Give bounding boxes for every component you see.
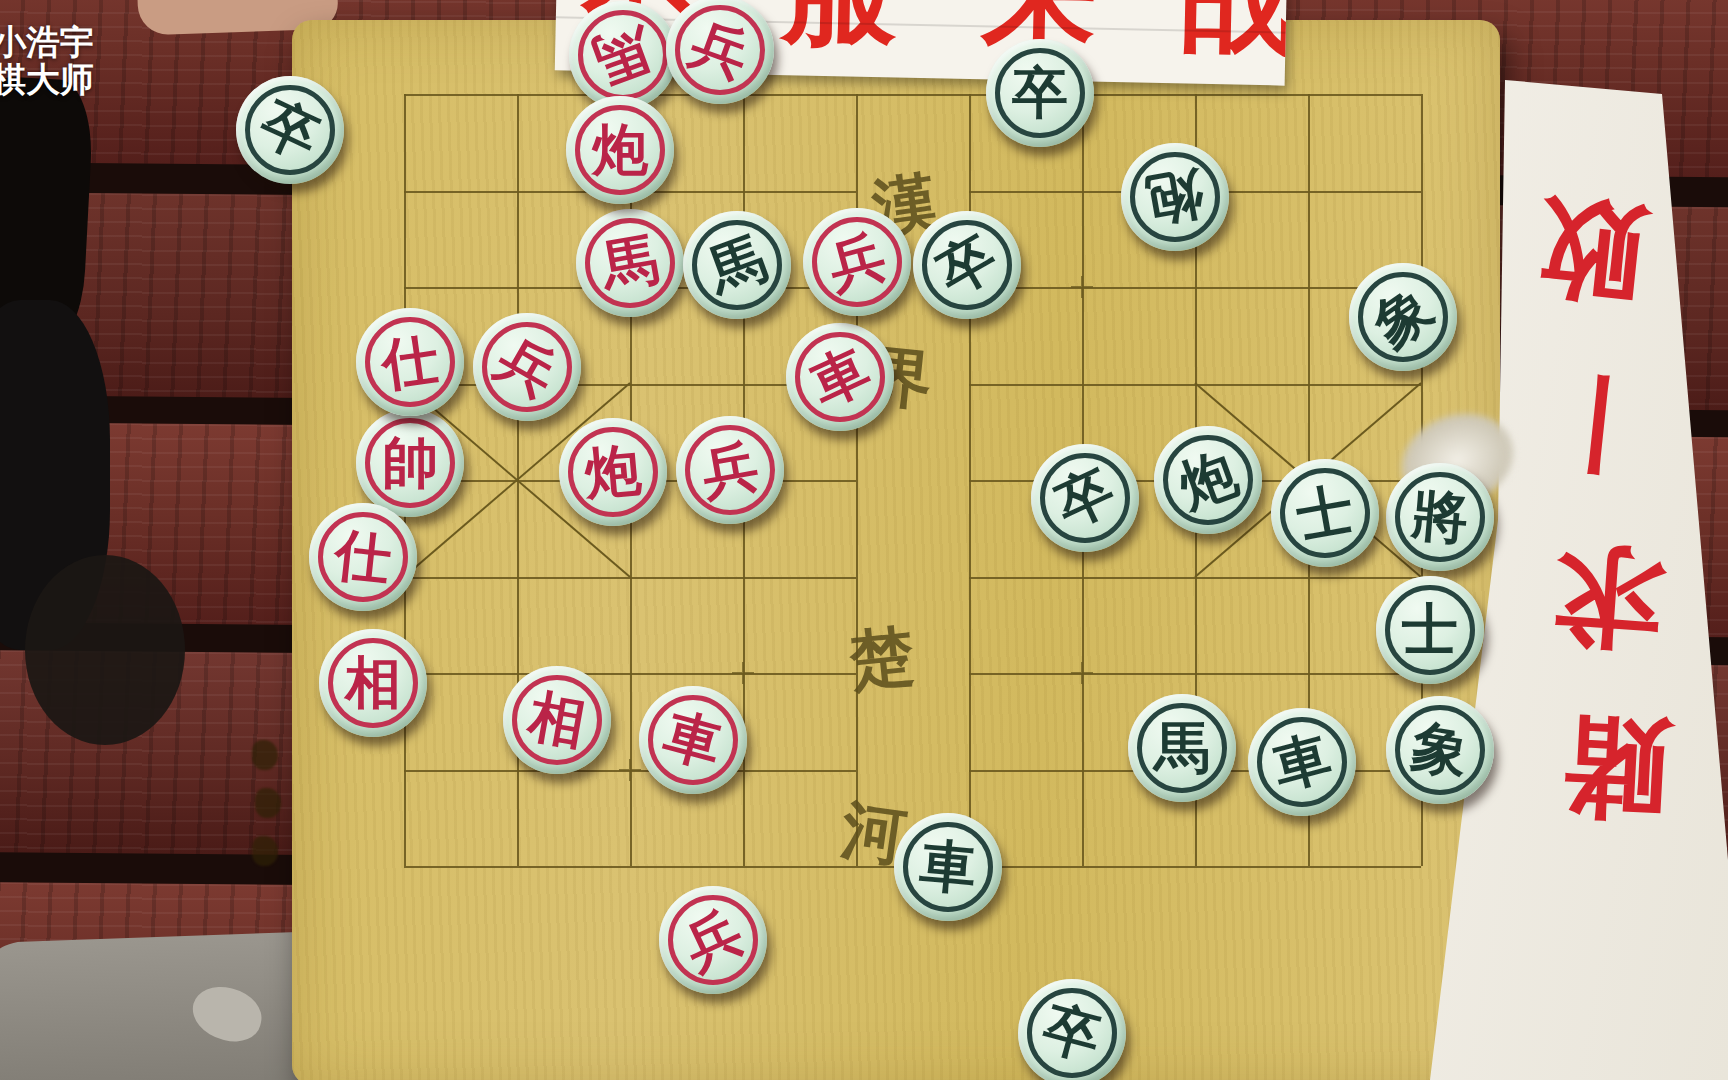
piece-red-仕[interactable]: 仕	[309, 503, 417, 611]
piece-character: 馬	[1154, 720, 1210, 776]
piece-black-象[interactable]: 象	[1349, 263, 1457, 371]
piece-black-卒[interactable]: 卒	[986, 39, 1094, 147]
piece-black-將[interactable]: 將	[1386, 463, 1494, 571]
piece-black-象[interactable]: 象	[1386, 696, 1494, 804]
piece-character: 將	[1410, 487, 1471, 548]
piece-red-兵[interactable]: 兵	[659, 886, 767, 994]
piece-red-兵[interactable]: 兵	[803, 208, 911, 316]
piece-black-馬[interactable]: 馬	[1128, 694, 1236, 802]
piece-character: 兵	[698, 438, 763, 503]
piece-black-車[interactable]: 車	[1248, 708, 1356, 816]
piece-black-士[interactable]: 士	[1376, 576, 1484, 684]
piece-red-馬[interactable]: 馬	[569, 1, 677, 109]
piece-red-炮[interactable]: 炮	[566, 96, 674, 204]
piece-character: 馬	[598, 231, 663, 296]
piece-black-士[interactable]: 士	[1271, 459, 1379, 567]
piece-red-相[interactable]: 相	[503, 666, 611, 774]
piece-black-卒[interactable]: 卒	[913, 211, 1021, 319]
piece-layer: 帥仕仕相相馬馬車車炮炮兵兵兵兵兵將士士象象馬馬車車炮炮卒卒卒卒卒	[0, 0, 1728, 1080]
watermark-line1: 小浩宇	[0, 24, 94, 61]
piece-black-炮[interactable]: 炮	[1121, 143, 1229, 251]
piece-character: 士	[1293, 481, 1358, 546]
piece-red-兵[interactable]: 兵	[666, 0, 774, 104]
piece-character: 炮	[1143, 165, 1208, 230]
piece-red-馬[interactable]: 馬	[576, 209, 684, 317]
piece-red-炮[interactable]: 炮	[559, 418, 667, 526]
piece-character: 士	[1402, 602, 1458, 658]
piece-character: 卒	[1012, 65, 1068, 121]
watermark: 小浩宇 棋大师	[0, 24, 94, 98]
piece-red-仕[interactable]: 仕	[356, 308, 464, 416]
piece-red-車[interactable]: 車	[786, 323, 894, 431]
piece-character: 帥	[382, 435, 438, 491]
piece-black-車[interactable]: 車	[894, 813, 1002, 921]
piece-black-卒[interactable]: 卒	[1018, 979, 1126, 1080]
piece-character: 炮	[583, 442, 644, 503]
piece-black-卒[interactable]: 卒	[1031, 444, 1139, 552]
piece-character: 相	[345, 655, 401, 711]
piece-black-卒[interactable]: 卒	[236, 76, 344, 184]
piece-red-帥[interactable]: 帥	[356, 409, 464, 517]
watermark-line2: 棋大师	[0, 61, 94, 98]
piece-character: 車	[918, 837, 979, 898]
piece-red-車[interactable]: 車	[639, 686, 747, 794]
piece-character: 炮	[592, 122, 648, 178]
scene: 漢界楚河 不服来战 败一求赌 帥仕仕相相馬馬車車炮炮兵兵兵兵兵將士士象象馬馬車車…	[0, 0, 1728, 1080]
piece-black-馬[interactable]: 馬	[683, 211, 791, 319]
piece-character: 象	[1408, 718, 1473, 783]
piece-red-相[interactable]: 相	[319, 629, 427, 737]
piece-black-炮[interactable]: 炮	[1154, 426, 1262, 534]
piece-red-兵[interactable]: 兵	[473, 313, 581, 421]
piece-red-兵[interactable]: 兵	[676, 416, 784, 524]
piece-character: 仕	[378, 330, 441, 393]
piece-character: 相	[525, 688, 590, 753]
piece-character: 仕	[332, 526, 394, 588]
